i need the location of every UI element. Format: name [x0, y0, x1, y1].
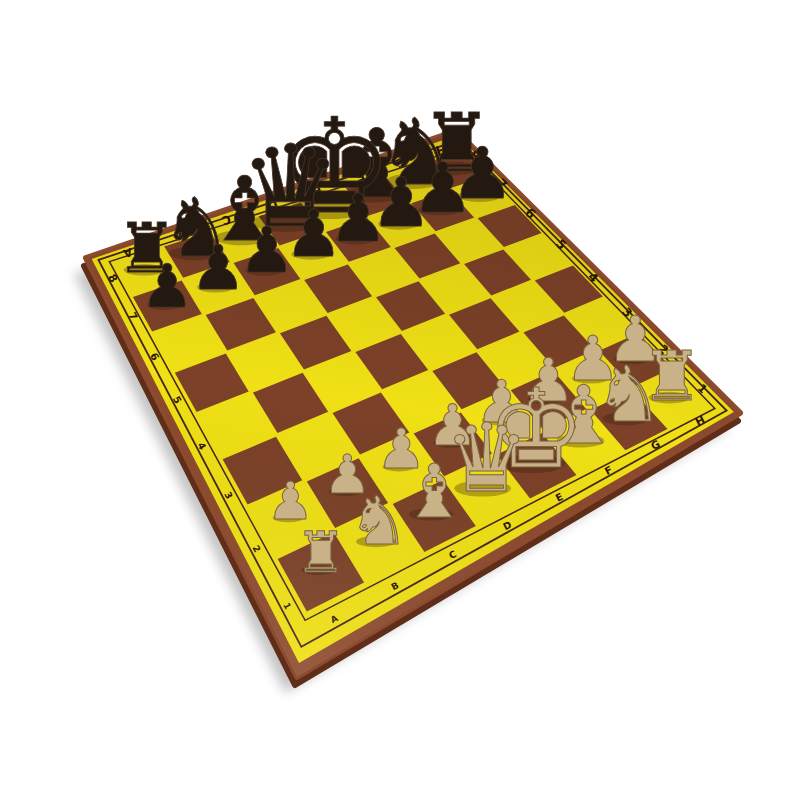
piece-black-pawn-a7[interactable]: ♟ [140, 251, 194, 321]
piece-black-pawn-b7[interactable]: ♟ [190, 232, 245, 304]
piece-white-knight-b1[interactable]: ♞ [349, 482, 409, 560]
piece-white-bishop-c1[interactable]: ♝ [401, 449, 467, 534]
piece-white-rook-a1[interactable]: ♜ [295, 520, 346, 585]
board-svg: AA88BB77CC66DD55EE44FF33GG22HH11♜♞♝♟♚♟♛♟… [0, 0, 800, 800]
piece-black-pawn-c7[interactable]: ♟ [238, 213, 295, 287]
chessboard-photo: AA88BB77CC66DD55EE44FF33GG22HH11♜♞♝♟♚♟♛♟… [0, 0, 800, 800]
